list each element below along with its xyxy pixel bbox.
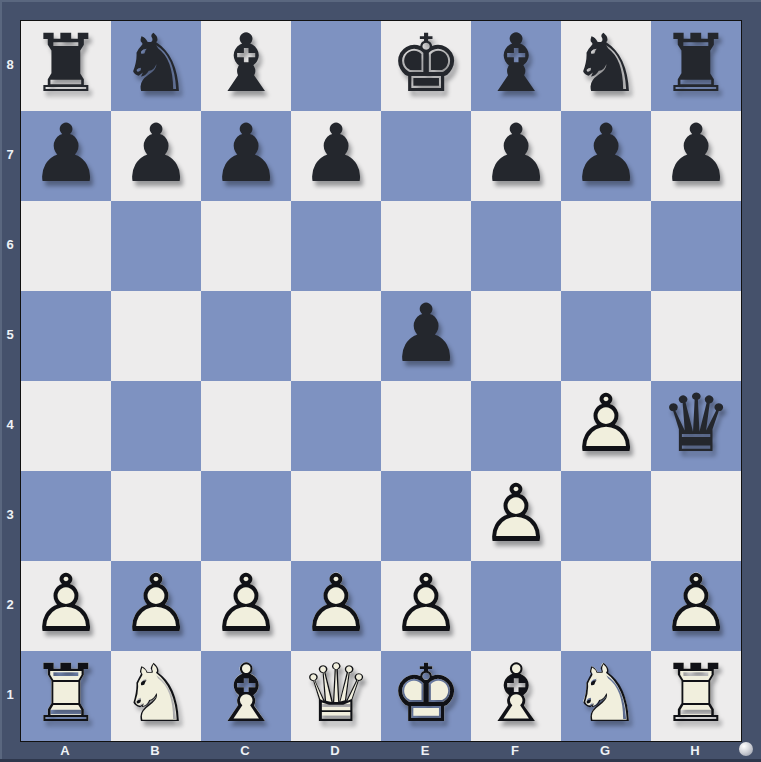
frame-top-highlight: [0, 0, 761, 2]
black-knight-glyph: ♞: [570, 24, 642, 104]
piece-black-pawn[interactable]: ♟: [390, 294, 462, 374]
square-g4[interactable]: ♟♙: [561, 381, 651, 471]
black-bishop-glyph: ♝: [210, 24, 282, 104]
white-pawn-outline-glyph: ♙: [210, 564, 282, 644]
square-g1[interactable]: ♞♘: [561, 651, 651, 741]
square-h4[interactable]: ♛: [651, 381, 741, 471]
square-e6[interactable]: [381, 201, 471, 291]
square-g3[interactable]: [561, 471, 651, 561]
square-f5[interactable]: [471, 291, 561, 381]
piece-black-bishop[interactable]: ♝: [210, 24, 282, 104]
white-pawn-outline-glyph: ♙: [120, 564, 192, 644]
white-king-outline-glyph: ♔: [390, 654, 462, 734]
black-rook-glyph: ♜: [30, 24, 102, 104]
square-b1[interactable]: ♞♘: [111, 651, 201, 741]
square-e3[interactable]: [381, 471, 471, 561]
black-king-glyph: ♚: [390, 24, 462, 104]
white-pawn-outline-glyph: ♙: [30, 564, 102, 644]
square-g7[interactable]: ♟: [561, 111, 651, 201]
piece-black-pawn[interactable]: ♟: [570, 114, 642, 194]
piece-white-pawn[interactable]: ♟♙: [660, 564, 732, 644]
piece-black-pawn[interactable]: ♟: [120, 114, 192, 194]
piece-black-pawn[interactable]: ♟: [480, 114, 552, 194]
piece-white-pawn[interactable]: ♟♙: [570, 384, 642, 464]
square-d8[interactable]: [291, 21, 381, 111]
piece-white-knight[interactable]: ♞♘: [570, 654, 642, 734]
piece-black-rook[interactable]: ♜: [30, 24, 102, 104]
black-bishop-glyph: ♝: [480, 24, 552, 104]
piece-white-pawn[interactable]: ♟♙: [480, 474, 552, 554]
black-queen-glyph: ♛: [660, 384, 732, 464]
square-h6[interactable]: [651, 201, 741, 291]
square-g2[interactable]: [561, 561, 651, 651]
black-pawn-glyph: ♟: [570, 114, 642, 194]
white-rook-outline-glyph: ♖: [660, 654, 732, 734]
square-d4[interactable]: [291, 381, 381, 471]
square-a3[interactable]: [21, 471, 111, 561]
file-label-b: B: [110, 742, 200, 760]
file-label-g: G: [560, 742, 650, 760]
black-rook-glyph: ♜: [660, 24, 732, 104]
rank-label-4: 4: [0, 380, 20, 470]
square-g8[interactable]: ♞: [561, 21, 651, 111]
white-queen-outline-glyph: ♕: [300, 654, 372, 734]
piece-white-pawn[interactable]: ♟♙: [120, 564, 192, 644]
file-label-h: H: [650, 742, 740, 760]
sphere-indicator-icon: [739, 742, 753, 756]
file-labels: ABCDEFGH: [20, 742, 742, 760]
square-c2[interactable]: ♟♙: [201, 561, 291, 651]
rank-label-3: 3: [0, 470, 20, 560]
square-e7[interactable]: [381, 111, 471, 201]
white-pawn-outline-glyph: ♙: [570, 384, 642, 464]
piece-black-king[interactable]: ♚: [390, 24, 462, 104]
piece-white-queen[interactable]: ♛♕: [300, 654, 372, 734]
square-b7[interactable]: ♟: [111, 111, 201, 201]
piece-white-pawn[interactable]: ♟♙: [390, 564, 462, 644]
board: ♜♞♝♚♝♞♜♟♟♟♟♟♟♟♟♟♙♛♟♙♟♙♟♙♟♙♟♙♟♙♟♙♜♖♞♘♝♗♛♕…: [20, 20, 742, 742]
square-h8[interactable]: ♜: [651, 21, 741, 111]
file-label-e: E: [380, 742, 470, 760]
white-pawn-outline-glyph: ♙: [660, 564, 732, 644]
black-knight-glyph: ♞: [120, 24, 192, 104]
square-a2[interactable]: ♟♙: [21, 561, 111, 651]
square-c5[interactable]: [201, 291, 291, 381]
white-pawn-outline-glyph: ♙: [300, 564, 372, 644]
square-a6[interactable]: [21, 201, 111, 291]
piece-black-knight[interactable]: ♞: [570, 24, 642, 104]
piece-white-pawn[interactable]: ♟♙: [300, 564, 372, 644]
white-bishop-outline-glyph: ♗: [480, 654, 552, 734]
square-f1[interactable]: ♝♗: [471, 651, 561, 741]
piece-white-pawn[interactable]: ♟♙: [30, 564, 102, 644]
rank-label-6: 6: [0, 200, 20, 290]
square-c3[interactable]: [201, 471, 291, 561]
piece-white-bishop[interactable]: ♝♗: [480, 654, 552, 734]
black-pawn-glyph: ♟: [210, 114, 282, 194]
square-b3[interactable]: [111, 471, 201, 561]
rank-label-5: 5: [0, 290, 20, 380]
square-b2[interactable]: ♟♙: [111, 561, 201, 651]
square-d3[interactable]: [291, 471, 381, 561]
square-c8[interactable]: ♝: [201, 21, 291, 111]
piece-black-knight[interactable]: ♞: [120, 24, 192, 104]
black-pawn-glyph: ♟: [300, 114, 372, 194]
piece-white-rook[interactable]: ♜♖: [30, 654, 102, 734]
square-h3[interactable]: [651, 471, 741, 561]
rank-label-2: 2: [0, 560, 20, 650]
piece-white-pawn[interactable]: ♟♙: [210, 564, 282, 644]
black-pawn-glyph: ♟: [390, 294, 462, 374]
square-h1[interactable]: ♜♖: [651, 651, 741, 741]
rank-labels: 87654321: [0, 20, 20, 742]
square-a1[interactable]: ♜♖: [21, 651, 111, 741]
rank-label-7: 7: [0, 110, 20, 200]
white-knight-outline-glyph: ♘: [570, 654, 642, 734]
square-f3[interactable]: ♟♙: [471, 471, 561, 561]
square-f8[interactable]: ♝: [471, 21, 561, 111]
square-g6[interactable]: [561, 201, 651, 291]
square-f4[interactable]: [471, 381, 561, 471]
piece-black-queen[interactable]: ♛: [660, 384, 732, 464]
square-c1[interactable]: ♝♗: [201, 651, 291, 741]
square-a8[interactable]: ♜: [21, 21, 111, 111]
square-d5[interactable]: [291, 291, 381, 381]
square-a4[interactable]: [21, 381, 111, 471]
piece-white-bishop[interactable]: ♝♗: [210, 654, 282, 734]
piece-black-rook[interactable]: ♜: [660, 24, 732, 104]
piece-black-pawn[interactable]: ♟: [210, 114, 282, 194]
square-f7[interactable]: ♟: [471, 111, 561, 201]
square-g5[interactable]: [561, 291, 651, 381]
file-label-c: C: [200, 742, 290, 760]
white-knight-outline-glyph: ♘: [120, 654, 192, 734]
piece-white-knight[interactable]: ♞♘: [120, 654, 192, 734]
square-b5[interactable]: [111, 291, 201, 381]
file-label-d: D: [290, 742, 380, 760]
square-d7[interactable]: ♟: [291, 111, 381, 201]
square-b8[interactable]: ♞: [111, 21, 201, 111]
square-b6[interactable]: [111, 201, 201, 291]
square-c4[interactable]: [201, 381, 291, 471]
file-label-f: F: [470, 742, 560, 760]
piece-white-rook[interactable]: ♜♖: [660, 654, 732, 734]
square-d2[interactable]: ♟♙: [291, 561, 381, 651]
square-h2[interactable]: ♟♙: [651, 561, 741, 651]
square-f6[interactable]: [471, 201, 561, 291]
piece-black-bishop[interactable]: ♝: [480, 24, 552, 104]
white-pawn-outline-glyph: ♙: [390, 564, 462, 644]
white-pawn-outline-glyph: ♙: [480, 474, 552, 554]
square-h5[interactable]: [651, 291, 741, 381]
black-pawn-glyph: ♟: [120, 114, 192, 194]
piece-black-pawn[interactable]: ♟: [300, 114, 372, 194]
square-h7[interactable]: ♟: [651, 111, 741, 201]
square-d6[interactable]: [291, 201, 381, 291]
square-a7[interactable]: ♟: [21, 111, 111, 201]
white-bishop-outline-glyph: ♗: [210, 654, 282, 734]
square-b4[interactable]: [111, 381, 201, 471]
black-pawn-glyph: ♟: [480, 114, 552, 194]
square-e1[interactable]: ♚♔: [381, 651, 471, 741]
piece-white-king[interactable]: ♚♔: [390, 654, 462, 734]
rank-label-8: 8: [0, 20, 20, 110]
chess-board-window: 87654321 ♜♞♝♚♝♞♜♟♟♟♟♟♟♟♟♟♙♛♟♙♟♙♟♙♟♙♟♙♟♙♟…: [0, 0, 761, 762]
square-f2[interactable]: [471, 561, 561, 651]
file-label-a: A: [20, 742, 110, 760]
square-e2[interactable]: ♟♙: [381, 561, 471, 651]
white-rook-outline-glyph: ♖: [30, 654, 102, 734]
square-e4[interactable]: [381, 381, 471, 471]
square-e5[interactable]: ♟: [381, 291, 471, 381]
rank-label-1: 1: [0, 650, 20, 740]
square-d1[interactable]: ♛♕: [291, 651, 381, 741]
square-a5[interactable]: [21, 291, 111, 381]
piece-black-pawn[interactable]: ♟: [660, 114, 732, 194]
black-pawn-glyph: ♟: [660, 114, 732, 194]
black-pawn-glyph: ♟: [30, 114, 102, 194]
square-e8[interactable]: ♚: [381, 21, 471, 111]
piece-black-pawn[interactable]: ♟: [30, 114, 102, 194]
square-c6[interactable]: [201, 201, 291, 291]
square-c7[interactable]: ♟: [201, 111, 291, 201]
